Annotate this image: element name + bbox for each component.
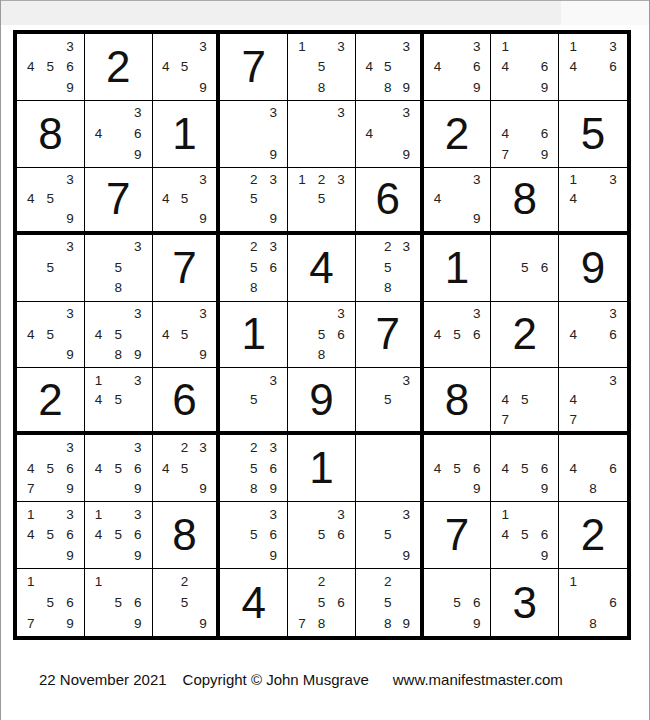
candidate-digit: 1 — [292, 36, 312, 57]
given-digit: 2 — [513, 312, 537, 356]
candidate-digit: 4 — [428, 458, 448, 479]
candidate-digit: 5 — [244, 257, 264, 278]
cell-r1c8[interactable]: 1469 — [491, 34, 559, 101]
cell-r8c6[interactable]: 359 — [356, 502, 424, 569]
candidate-digit: 9 — [60, 613, 80, 634]
cell-r8c1[interactable]: 134569 — [17, 502, 85, 569]
candidate-digit: 5 — [378, 390, 397, 410]
candidate-digit: 5 — [41, 189, 61, 209]
candidate-digit: 6 — [60, 458, 80, 479]
given-digit: 5 — [581, 112, 605, 156]
candidate-digit: 3 — [397, 237, 416, 258]
candidates-grid: 134569 — [21, 504, 80, 566]
cell-r1c5[interactable]: 1358 — [288, 34, 356, 101]
candidates-grid: 347 — [563, 370, 623, 429]
candidate-digit: 4 — [428, 324, 448, 345]
given-digit: 7 — [445, 513, 469, 557]
given-digit: 6 — [376, 177, 400, 221]
cell-r5c2[interactable]: 34589 — [85, 302, 153, 369]
candidate-digit: 3 — [397, 504, 416, 525]
cell-r1c4[interactable]: 7 — [220, 34, 288, 101]
candidate-digit: 5 — [175, 592, 194, 613]
candidates-grid: 1346 — [563, 36, 623, 98]
candidate-digit: 9 — [194, 613, 213, 634]
cell-r9c6[interactable]: 2589 — [356, 569, 424, 636]
cell-r7c2[interactable]: 34569 — [85, 435, 153, 502]
cell-r4c4[interactable]: 23568 — [220, 235, 288, 302]
candidate-digit: 3 — [603, 304, 623, 325]
candidate-digit: 2 — [312, 571, 332, 592]
candidate-digit: 5 — [312, 324, 332, 345]
candidates-grid: 35 — [21, 237, 80, 299]
given-digit: 1 — [445, 246, 469, 290]
candidate-digit: 5 — [41, 324, 61, 345]
cell-r3c1[interactable]: 3459 — [17, 168, 85, 235]
cell-r8c4[interactable]: 3569 — [220, 502, 288, 569]
candidates-grid — [360, 437, 416, 499]
cell-r9c4[interactable]: 4 — [220, 569, 288, 636]
given-digit: 3 — [513, 581, 537, 625]
candidates-grid: 1235 — [292, 170, 351, 229]
candidate-digit: 9 — [194, 345, 213, 366]
candidate-digit: 5 — [108, 458, 128, 479]
cell-r7c9[interactable]: 468 — [559, 435, 627, 502]
candidate-digit: 9 — [397, 545, 416, 566]
candidate-digit: 9 — [264, 479, 284, 500]
candidate-digit: 6 — [603, 458, 623, 479]
candidate-digit: 5 — [175, 189, 194, 209]
candidate-digit: 8 — [312, 345, 332, 366]
cell-r7c5[interactable]: 1 — [288, 435, 356, 502]
candidate-digit: 7 — [292, 613, 312, 634]
candidate-digit: 4 — [89, 525, 109, 546]
candidate-digit: 4 — [157, 324, 176, 345]
candidates-grid: 457 — [495, 370, 554, 429]
candidate-digit: 5 — [378, 57, 397, 78]
cell-r9c2[interactable]: 1569 — [85, 569, 153, 636]
candidates-grid: 168 — [563, 571, 623, 634]
candidate-digit: 5 — [312, 189, 332, 209]
candidates-grid: 3456 — [428, 304, 487, 366]
given-digit: 1 — [309, 446, 333, 490]
candidate-digit: 3 — [264, 370, 284, 390]
cell-r4c9[interactable]: 9 — [559, 235, 627, 302]
candidate-digit: 3 — [128, 237, 148, 258]
candidates-grid: 349 — [428, 170, 487, 229]
candidates-grid: 359 — [360, 504, 416, 566]
candidate-digit: 7 — [21, 479, 41, 500]
candidates-grid: 23459 — [157, 437, 213, 499]
candidates-grid: 134 — [563, 170, 623, 229]
cell-r3c6[interactable]: 6 — [356, 168, 424, 235]
candidate-digit: 7 — [495, 144, 515, 165]
candidate-digit: 5 — [175, 458, 194, 479]
candidate-digit: 4 — [89, 324, 109, 345]
candidates-grid: 3469 — [428, 36, 487, 98]
candidates-grid: 1345 — [89, 370, 148, 429]
cell-r9c8[interactable]: 3 — [491, 569, 559, 636]
candidates-grid: 35 — [360, 370, 416, 429]
cell-r2c2[interactable]: 3469 — [85, 101, 153, 168]
candidate-digit: 4 — [563, 189, 583, 209]
candidates-grid: 34569 — [21, 36, 80, 98]
cell-r1c1[interactable]: 34569 — [17, 34, 85, 101]
cell-r2c9[interactable]: 5 — [559, 101, 627, 168]
cell-r2c5[interactable]: 3 — [288, 101, 356, 168]
cell-r2c6[interactable]: 349 — [356, 101, 424, 168]
candidates-grid: 34589 — [89, 304, 148, 366]
candidate-digit: 6 — [331, 592, 351, 613]
candidate-digit: 5 — [244, 525, 264, 546]
cell-r4c3[interactable]: 7 — [153, 235, 221, 302]
cell-r3c9[interactable]: 134 — [559, 168, 627, 235]
cell-r1c2[interactable]: 2 — [85, 34, 153, 101]
cell-r9c5[interactable]: 25678 — [288, 569, 356, 636]
candidate-digit: 8 — [378, 77, 397, 98]
cell-r7c8[interactable]: 4569 — [491, 435, 559, 502]
cell-r1c3[interactable]: 3459 — [153, 34, 221, 101]
candidate-digit: 5 — [41, 592, 61, 613]
cell-r2c1[interactable]: 8 — [17, 101, 85, 168]
candidate-digit: 4 — [495, 124, 515, 145]
cell-r6c3[interactable]: 6 — [153, 368, 221, 435]
candidate-digit: 3 — [264, 504, 284, 525]
candidates-grid: 235689 — [224, 437, 283, 499]
cell-r9c9[interactable]: 168 — [559, 569, 627, 636]
cell-r9c7[interactable]: 569 — [424, 569, 492, 636]
candidate-digit: 5 — [108, 525, 128, 546]
candidate-digit: 4 — [428, 189, 448, 209]
candidate-digit: 9 — [60, 545, 80, 566]
candidate-digit: 1 — [89, 571, 109, 592]
candidate-digit: 6 — [331, 324, 351, 345]
cell-r6c8[interactable]: 457 — [491, 368, 559, 435]
candidate-digit: 3 — [467, 304, 487, 325]
candidate-digit: 4 — [495, 57, 515, 78]
candidate-digit: 8 — [378, 613, 397, 634]
candidate-digit: 9 — [194, 77, 213, 98]
candidate-digit: 4 — [495, 525, 515, 546]
cell-r4c8[interactable]: 56 — [491, 235, 559, 302]
given-digit: 2 — [581, 513, 605, 557]
footer-website: www.manifestmaster.com — [393, 671, 563, 688]
candidate-digit: 5 — [175, 324, 194, 345]
cell-r3c5[interactable]: 1235 — [288, 168, 356, 235]
cell-r1c9[interactable]: 1346 — [559, 34, 627, 101]
cell-r3c4[interactable]: 2359 — [220, 168, 288, 235]
cell-r8c2[interactable]: 134569 — [85, 502, 153, 569]
cell-r5c7[interactable]: 3456 — [424, 302, 492, 369]
puzzle-page: 3456923459713583458934691469134683469139… — [0, 0, 650, 720]
candidate-digit: 5 — [515, 458, 535, 479]
candidate-digit: 6 — [264, 525, 284, 546]
cell-r1c7[interactable]: 3469 — [424, 34, 492, 101]
cell-r2c8[interactable]: 4679 — [491, 101, 559, 168]
candidate-digit: 3 — [194, 170, 213, 190]
candidates-grid: 56 — [495, 237, 554, 299]
candidate-digit: 3 — [264, 103, 284, 124]
cell-r4c5[interactable]: 4 — [288, 235, 356, 302]
candidate-digit: 4 — [360, 124, 379, 145]
candidate-digit: 6 — [264, 257, 284, 278]
candidates-grid: 34569 — [89, 437, 148, 499]
candidates-grid: 1469 — [495, 36, 554, 98]
candidate-digit: 2 — [175, 437, 194, 458]
given-digit: 7 — [172, 246, 196, 290]
candidate-digit: 9 — [397, 144, 416, 165]
cell-r6c4[interactable]: 35 — [220, 368, 288, 435]
cell-r7c4[interactable]: 235689 — [220, 435, 288, 502]
candidate-digit: 2 — [175, 571, 194, 592]
candidate-digit: 9 — [128, 345, 148, 366]
candidate-digit: 4 — [563, 458, 583, 479]
cell-r8c7[interactable]: 7 — [424, 502, 492, 569]
candidate-digit: 5 — [378, 257, 397, 278]
candidate-digit: 4 — [21, 525, 41, 546]
candidates-grid: 1358 — [292, 36, 351, 98]
candidate-digit: 1 — [563, 571, 583, 592]
candidate-digit: 9 — [264, 144, 284, 165]
given-digit: 2 — [445, 112, 469, 156]
cell-r3c7[interactable]: 349 — [424, 168, 492, 235]
given-digit: 9 — [309, 378, 333, 422]
candidate-digit: 5 — [312, 525, 332, 546]
candidates-grid: 14569 — [495, 504, 554, 566]
candidates-grid: 134569 — [89, 504, 148, 566]
candidate-digit: 9 — [535, 545, 555, 566]
candidate-digit: 6 — [603, 324, 623, 345]
cell-r1c6[interactable]: 34589 — [356, 34, 424, 101]
cell-r4c1[interactable]: 35 — [17, 235, 85, 302]
candidate-digit: 9 — [397, 77, 416, 98]
candidate-digit: 5 — [108, 592, 128, 613]
cell-r4c7[interactable]: 1 — [424, 235, 492, 302]
cell-r5c9[interactable]: 346 — [559, 302, 627, 369]
candidate-digit: 4 — [21, 324, 41, 345]
candidate-digit: 6 — [60, 592, 80, 613]
cell-r5c4[interactable]: 1 — [220, 302, 288, 369]
candidate-digit: 7 — [495, 410, 515, 430]
candidate-digit: 4 — [360, 57, 379, 78]
candidates-grid: 349 — [360, 103, 416, 165]
candidate-digit: 5 — [312, 592, 332, 613]
candidate-digit: 9 — [60, 77, 80, 98]
candidates-grid: 3469 — [89, 103, 148, 165]
candidate-digit: 5 — [41, 257, 61, 278]
cell-r4c2[interactable]: 358 — [85, 235, 153, 302]
candidate-digit: 5 — [108, 390, 128, 410]
candidates-grid: 3569 — [224, 504, 283, 566]
given-digit: 8 — [38, 112, 62, 156]
candidates-grid: 4679 — [495, 103, 554, 165]
candidate-digit: 3 — [603, 170, 623, 190]
candidate-digit: 6 — [331, 525, 351, 546]
cell-r3c2[interactable]: 7 — [85, 168, 153, 235]
candidate-digit: 8 — [312, 77, 332, 98]
candidate-digit: 5 — [312, 57, 332, 78]
candidate-digit: 6 — [60, 525, 80, 546]
candidate-digit: 3 — [60, 36, 80, 57]
candidate-digit: 5 — [244, 390, 264, 410]
cell-r8c8[interactable]: 14569 — [491, 502, 559, 569]
candidate-digit: 9 — [535, 77, 555, 98]
candidate-digit: 8 — [244, 278, 264, 299]
candidate-digit: 2 — [378, 571, 397, 592]
candidates-grid: 34589 — [360, 36, 416, 98]
cell-r7c6[interactable] — [356, 435, 424, 502]
cell-r6c9[interactable]: 347 — [559, 368, 627, 435]
candidate-digit: 6 — [535, 525, 555, 546]
candidate-digit: 3 — [397, 103, 416, 124]
candidate-digit: 3 — [128, 437, 148, 458]
candidate-digit: 6 — [535, 257, 555, 278]
cell-r6c6[interactable]: 35 — [356, 368, 424, 435]
candidate-digit: 1 — [89, 370, 109, 390]
candidate-digit: 5 — [108, 324, 128, 345]
candidate-digit: 1 — [495, 504, 515, 525]
cell-r6c2[interactable]: 1345 — [85, 368, 153, 435]
candidate-digit: 3 — [467, 170, 487, 190]
cell-r8c3[interactable]: 8 — [153, 502, 221, 569]
cell-r5c1[interactable]: 3459 — [17, 302, 85, 369]
cell-r6c7[interactable]: 8 — [424, 368, 492, 435]
candidate-digit: 3 — [194, 304, 213, 325]
given-digit: 9 — [581, 246, 605, 290]
cell-r3c3[interactable]: 3459 — [153, 168, 221, 235]
candidate-digit: 1 — [563, 36, 583, 57]
cell-r8c5[interactable]: 356 — [288, 502, 356, 569]
candidate-digit: 9 — [264, 545, 284, 566]
candidate-digit: 3 — [128, 103, 148, 124]
candidate-digit: 5 — [244, 189, 264, 209]
candidates-grid: 15679 — [21, 571, 80, 634]
candidate-digit: 3 — [128, 304, 148, 325]
given-digit: 7 — [376, 312, 400, 356]
candidate-digit: 9 — [264, 209, 284, 229]
given-digit: 4 — [241, 581, 265, 625]
cell-r2c7[interactable]: 2 — [424, 101, 492, 168]
candidates-grid: 259 — [157, 571, 213, 634]
candidate-digit: 5 — [244, 458, 264, 479]
cell-r9c1[interactable]: 15679 — [17, 569, 85, 636]
candidate-digit: 3 — [264, 437, 284, 458]
candidate-digit: 9 — [467, 77, 487, 98]
candidate-digit: 3 — [331, 504, 351, 525]
cell-r2c3[interactable]: 1 — [153, 101, 221, 168]
candidate-digit: 9 — [535, 479, 555, 500]
footer-copyright: Copyright © John Musgrave — [183, 671, 369, 688]
candidates-grid: 2358 — [360, 237, 416, 299]
candidate-digit: 6 — [60, 57, 80, 78]
candidate-digit: 1 — [563, 170, 583, 190]
candidate-digit: 9 — [397, 613, 416, 634]
candidate-digit: 2 — [312, 170, 332, 190]
sudoku-board: 3456923459713583458934691469134683469139… — [13, 30, 631, 640]
candidate-digit: 5 — [515, 257, 535, 278]
candidates-grid: 3 — [292, 103, 351, 165]
candidates-grid: 4569 — [428, 437, 487, 499]
candidate-digit: 4 — [157, 458, 176, 479]
cell-r6c1[interactable]: 2 — [17, 368, 85, 435]
candidates-grid: 3459 — [157, 170, 213, 229]
footer: 22 November 2021Copyright © John Musgrav… — [39, 671, 563, 688]
cell-r3c8[interactable]: 8 — [491, 168, 559, 235]
cell-r5c3[interactable]: 3459 — [153, 302, 221, 369]
candidate-digit: 9 — [535, 144, 555, 165]
candidate-digit: 9 — [128, 144, 148, 165]
candidate-digit: 3 — [194, 36, 213, 57]
candidate-digit: 9 — [128, 479, 148, 500]
candidate-digit: 5 — [515, 525, 535, 546]
given-digit: 1 — [172, 112, 196, 156]
candidate-digit: 3 — [264, 170, 284, 190]
cell-r8c9[interactable]: 2 — [559, 502, 627, 569]
candidates-grid: 4569 — [495, 437, 554, 499]
footer-date: 22 November 2021 — [39, 671, 167, 688]
given-digit: 4 — [309, 246, 333, 290]
candidates-grid: 2359 — [224, 170, 283, 229]
cell-r2c4[interactable]: 39 — [220, 101, 288, 168]
candidate-digit: 3 — [397, 370, 416, 390]
candidate-digit: 3 — [60, 304, 80, 325]
candidate-digit: 2 — [244, 437, 264, 458]
candidates-grid: 1569 — [89, 571, 148, 634]
candidate-digit: 5 — [447, 324, 467, 345]
candidates-grid: 35 — [224, 370, 283, 429]
cell-r5c6[interactable]: 7 — [356, 302, 424, 369]
candidate-digit: 3 — [331, 36, 351, 57]
candidate-digit: 6 — [603, 592, 623, 613]
cell-r7c3[interactable]: 23459 — [153, 435, 221, 502]
candidate-digit: 3 — [603, 36, 623, 57]
candidate-digit: 5 — [378, 525, 397, 546]
candidate-digit: 9 — [194, 479, 213, 500]
candidates-grid: 345679 — [21, 437, 80, 499]
candidates-grid: 3459 — [157, 36, 213, 98]
cell-r6c5[interactable]: 9 — [288, 368, 356, 435]
candidates-grid: 3568 — [292, 304, 351, 366]
cell-r7c1[interactable]: 345679 — [17, 435, 85, 502]
candidates-grid: 358 — [89, 237, 148, 299]
candidate-digit: 9 — [467, 209, 487, 229]
cell-r9c3[interactable]: 259 — [153, 569, 221, 636]
candidate-digit: 8 — [108, 278, 128, 299]
cell-r4c6[interactable]: 2358 — [356, 235, 424, 302]
candidate-digit: 5 — [515, 390, 535, 410]
candidates-grid: 39 — [224, 103, 283, 165]
given-digit: 7 — [106, 177, 130, 221]
cell-r7c7[interactable]: 4569 — [424, 435, 492, 502]
cell-r5c8[interactable]: 2 — [491, 302, 559, 369]
candidates-grid: 3459 — [21, 170, 80, 229]
candidate-digit: 3 — [60, 437, 80, 458]
candidate-digit: 5 — [175, 57, 194, 78]
candidate-digit: 3 — [194, 437, 213, 458]
candidate-digit: 4 — [157, 57, 176, 78]
candidate-digit: 9 — [128, 613, 148, 634]
candidate-digit: 9 — [60, 209, 80, 229]
candidate-digit: 1 — [21, 571, 41, 592]
candidates-grid: 569 — [428, 571, 487, 634]
candidate-digit: 6 — [467, 592, 487, 613]
candidate-digit: 2 — [244, 237, 264, 258]
candidate-digit: 9 — [467, 479, 487, 500]
candidate-digit: 3 — [60, 237, 80, 258]
candidates-grid: 3459 — [21, 304, 80, 366]
candidate-digit: 3 — [331, 103, 351, 124]
cell-r5c5[interactable]: 3568 — [288, 302, 356, 369]
candidate-digit: 6 — [535, 57, 555, 78]
